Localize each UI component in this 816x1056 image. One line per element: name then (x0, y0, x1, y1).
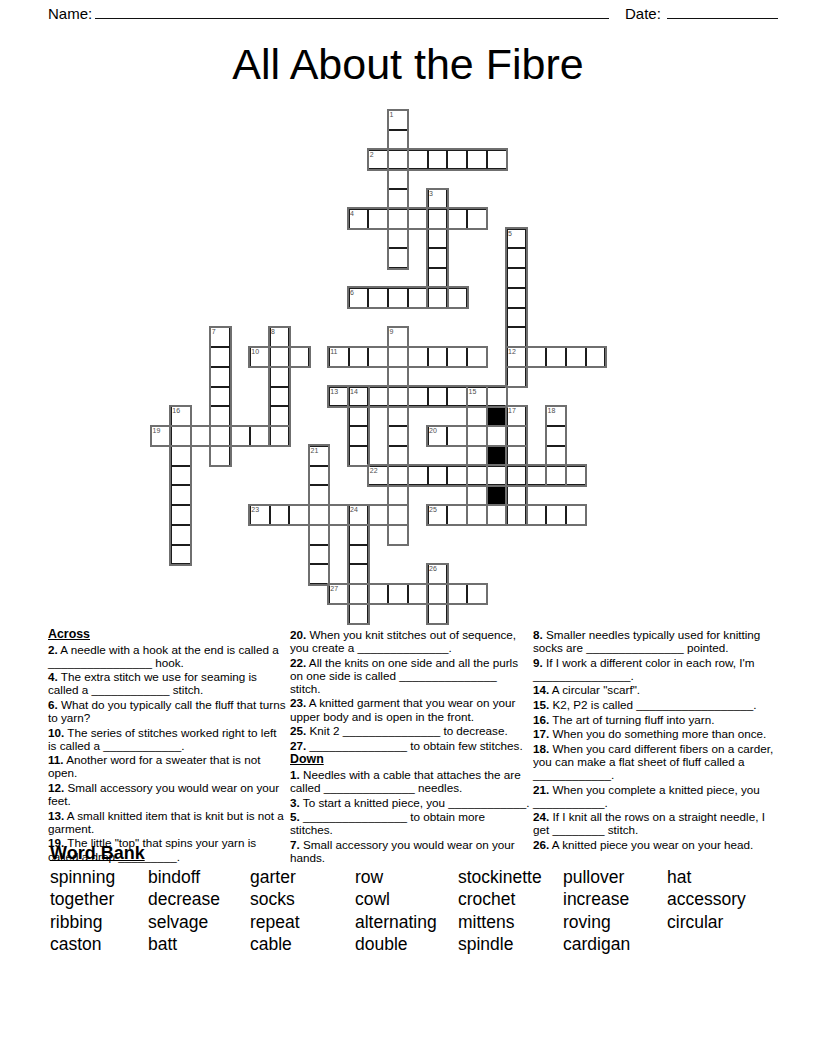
grid-cell[interactable] (329, 505, 349, 525)
grid-cell[interactable] (546, 446, 566, 466)
grid-cell[interactable] (428, 229, 448, 249)
grid-cell[interactable] (467, 466, 487, 486)
clue-across-23: 23. A knitted garment that you wear on y… (290, 696, 530, 722)
grid-cell[interactable] (349, 209, 369, 229)
word-bank-item: socks (250, 889, 355, 911)
word-bank-item: row (355, 867, 458, 889)
grid-cell[interactable] (309, 446, 329, 466)
word-bank-item: ribbing (50, 912, 148, 934)
clue-across-12: 12. Small accessory you would wear on yo… (48, 781, 286, 807)
grid-cell[interactable] (467, 485, 487, 505)
clue-down-18: 18. When you card different fibers on a … (533, 742, 778, 781)
crossword-grid: 1234567891011121314151617181920212223242… (151, 110, 607, 625)
grid-cell[interactable] (388, 169, 408, 189)
grid-cell[interactable] (270, 367, 290, 387)
grid-cell[interactable] (507, 229, 527, 249)
clue-across-6: 6. What do you typically call the fluff … (48, 698, 286, 724)
grid-cell[interactable] (388, 288, 408, 308)
word-bank-item: crochet (458, 889, 563, 911)
clue-across-2: 2. A needle with a hook at the end is ca… (48, 643, 286, 669)
grid-cell[interactable] (388, 525, 408, 545)
grid-cell[interactable] (507, 406, 527, 426)
grid-cell[interactable] (428, 288, 448, 308)
word-bank-item: garter (250, 867, 355, 889)
clue-down-1: 1. Needles with a cable that attaches th… (290, 768, 530, 794)
word-bank-item: bindoff (148, 867, 250, 889)
grid-cell[interactable] (210, 446, 230, 466)
clue-down-24: 24. If I knit all the rows on a straight… (533, 810, 778, 836)
word-bank-item: roving (563, 912, 667, 934)
grid-cell[interactable] (388, 406, 408, 426)
grid-cell[interactable] (447, 426, 467, 446)
grid-cell[interactable] (507, 367, 527, 387)
clue-across-11: 11. Another word for a sweater that is n… (48, 753, 286, 779)
grid-cell[interactable] (210, 367, 230, 387)
grid-cell[interactable] (526, 466, 546, 486)
grid-cell[interactable] (428, 150, 448, 170)
grid-cell[interactable] (467, 406, 487, 426)
grid-cell[interactable] (270, 406, 290, 426)
grid-cell[interactable] (171, 545, 191, 565)
name-line[interactable] (95, 3, 609, 19)
grid-cell[interactable] (270, 327, 290, 347)
grid-cell[interactable] (467, 505, 487, 525)
word-bank-item: cable (250, 934, 355, 956)
grid-cell[interactable] (171, 505, 191, 525)
grid-cell[interactable] (388, 327, 408, 347)
grid-cell[interactable] (507, 248, 527, 268)
grid-cell[interactable] (349, 387, 369, 407)
grid-cell[interactable] (329, 584, 349, 604)
word-bank-title: Word Bank (50, 843, 145, 863)
grid-cell[interactable] (270, 426, 290, 446)
grid-cell[interactable] (270, 505, 290, 525)
grid-cell[interactable] (447, 387, 467, 407)
grid-cell[interactable] (349, 446, 369, 466)
grid-cell[interactable] (507, 485, 527, 505)
grid-cell[interactable] (368, 288, 388, 308)
grid-cell[interactable] (428, 209, 448, 229)
grid-cell[interactable] (309, 545, 329, 565)
grid-cell[interactable] (467, 584, 487, 604)
grid-cell[interactable] (270, 387, 290, 407)
grid-cell[interactable] (368, 584, 388, 604)
word-bank-item: increase (563, 889, 667, 911)
grid-cell[interactable] (210, 406, 230, 426)
black-cell (487, 446, 507, 466)
grid-cell[interactable] (526, 505, 546, 525)
grid-cell[interactable] (309, 505, 329, 525)
clue-down-7: 7. Small accessory you would wear on you… (290, 838, 530, 864)
grid-cell[interactable] (447, 505, 467, 525)
grid-cell[interactable] (388, 367, 408, 387)
grid-cell[interactable] (428, 387, 448, 407)
clue-down-16: 16. The art of turning fluff into yarn. (533, 713, 778, 726)
black-cell (487, 406, 507, 426)
grid-cell[interactable] (428, 268, 448, 288)
clue-list-header: Across (48, 628, 286, 641)
grid-cell[interactable] (408, 209, 428, 229)
date-label: Date: (625, 6, 661, 21)
grid-cell[interactable] (428, 584, 448, 604)
grid-cell[interactable] (388, 426, 408, 446)
word-bank-item: spindle (458, 934, 563, 956)
grid-cell[interactable] (349, 406, 369, 426)
grid-cell[interactable] (467, 347, 487, 367)
clue-col-3: 8. Smaller needles typically used for kn… (533, 628, 778, 853)
clue-down-14: 14. A circular "scarf". (533, 683, 778, 696)
clue-across-10: 10. The series of stitches worked right … (48, 726, 286, 752)
clue-across-4: 4. The extra stitch we use for seaming i… (48, 670, 286, 696)
grid-cell[interactable] (526, 347, 546, 367)
word-bank-item: accessory (667, 889, 767, 911)
grid-cell[interactable] (566, 466, 586, 486)
grid-cell[interactable] (507, 505, 527, 525)
grid-cell[interactable] (309, 525, 329, 545)
grid-cell[interactable] (349, 525, 369, 545)
grid-cell[interactable] (507, 466, 527, 486)
grid-cell[interactable] (428, 189, 448, 209)
grid-cell[interactable] (408, 347, 428, 367)
grid-cell[interactable] (368, 466, 388, 486)
grid-cell[interactable] (329, 347, 349, 367)
word-bank-item: spinning (50, 867, 148, 889)
grid-cell[interactable] (329, 387, 349, 407)
grid-cell[interactable] (171, 525, 191, 545)
grid-cell[interactable] (428, 248, 448, 268)
grid-cell[interactable] (388, 110, 408, 130)
clue-down-3: 3. To start a knitted piece, you _______… (290, 796, 530, 809)
word-bank-item: alternating (355, 912, 458, 934)
grid-cell[interactable] (507, 288, 527, 308)
grid-cell[interactable] (428, 505, 448, 525)
grid-cell[interactable] (507, 347, 527, 367)
grid-cell[interactable] (408, 584, 428, 604)
date-line[interactable] (667, 3, 778, 19)
grid-cell[interactable] (566, 347, 586, 367)
clue-across-27: 27. _______________ to obtain few stitch… (290, 739, 530, 752)
clue-across-13: 13. A small knitted item that is knit bu… (48, 809, 286, 835)
grid-cell[interactable] (368, 209, 388, 229)
grid-cell[interactable] (349, 604, 369, 624)
clue-across-25: 25. Knit 2 _______________ to decrease. (290, 724, 530, 737)
clue-down-8: 8. Smaller needles typically used for kn… (533, 628, 778, 654)
grid-cell[interactable] (507, 426, 527, 446)
grid-cell[interactable] (368, 347, 388, 367)
grid-cell[interactable] (250, 426, 270, 446)
grid-cell[interactable] (349, 564, 369, 584)
grid-cell[interactable] (408, 466, 428, 486)
grid-cell[interactable] (388, 505, 408, 525)
grid-cell[interactable] (546, 406, 566, 426)
word-bank-item: circular (667, 912, 767, 934)
grid-cell[interactable] (210, 347, 230, 367)
word-bank-item: pullover (563, 867, 667, 889)
grid-cell[interactable] (566, 505, 586, 525)
clue-col-1: Across2. A needle with a hook at the end… (48, 628, 286, 864)
grid-cell[interactable] (270, 347, 290, 367)
grid-cell[interactable] (171, 466, 191, 486)
word-bank-item: caston (50, 934, 148, 956)
grid-cell[interactable] (388, 248, 408, 268)
black-cell (487, 485, 507, 505)
name-label: Name: (48, 6, 92, 21)
grid-cell[interactable] (487, 466, 507, 486)
grid-cell[interactable] (230, 426, 250, 446)
word-bank-item: batt (148, 934, 250, 956)
puzzle-title: All About the Fibre (0, 40, 816, 88)
grid-cell[interactable] (408, 387, 428, 407)
clue-down-26: 26. A knitted piece you wear on your hea… (533, 838, 778, 851)
grid-cell[interactable] (250, 505, 270, 525)
clue-down-21: 21. When you complete a knitted piece, y… (533, 783, 778, 809)
grid-cell[interactable] (546, 505, 566, 525)
grid-cell[interactable] (171, 485, 191, 505)
grid-cell[interactable] (428, 426, 448, 446)
grid-cell[interactable] (507, 308, 527, 328)
grid-cell[interactable] (210, 426, 230, 446)
clue-across-20: 20. When you knit stitches out of sequen… (290, 628, 530, 654)
grid-cell[interactable] (289, 505, 309, 525)
clue-list-header: Down (290, 753, 530, 766)
grid-cell[interactable] (171, 426, 191, 446)
clue-down-9: 9. If I work a different color in each r… (533, 656, 778, 682)
grid-cell[interactable] (171, 406, 191, 426)
grid-cell[interactable] (349, 288, 369, 308)
grid-cell[interactable] (546, 426, 566, 446)
grid-cell[interactable] (467, 446, 487, 466)
word-bank-item: repeat (250, 912, 355, 934)
clue-down-17: 17. When you do something more than once… (533, 727, 778, 740)
grid-cell[interactable] (447, 288, 467, 308)
grid-cell[interactable] (467, 387, 487, 407)
grid-cell[interactable] (349, 505, 369, 525)
grid-cell[interactable] (586, 347, 606, 367)
grid-cell[interactable] (487, 387, 507, 407)
grid-cell[interactable] (349, 584, 369, 604)
grid-cell[interactable] (349, 426, 369, 446)
clue-across-22: 22. All the knits on one side and all th… (290, 656, 530, 695)
grid-cell[interactable] (467, 150, 487, 170)
word-bank-item: stockinette (458, 867, 563, 889)
grid-cell[interactable] (151, 426, 171, 446)
grid-cell[interactable] (388, 466, 408, 486)
grid-cell[interactable] (210, 327, 230, 347)
grid-cell[interactable] (210, 387, 230, 407)
clue-down-15: 15. K2, P2 is called __________________. (533, 698, 778, 711)
grid-cell[interactable] (388, 189, 408, 209)
clue-col-2: 20. When you knit stitches out of sequen… (290, 628, 530, 866)
grid-cell[interactable] (388, 387, 408, 407)
word-bank-item: mittens (458, 912, 563, 934)
grid-cell[interactable] (507, 268, 527, 288)
grid-cell[interactable] (447, 150, 467, 170)
grid-cell[interactable] (546, 466, 566, 486)
grid-cell[interactable] (447, 584, 467, 604)
word-bank-item: hat (667, 867, 767, 889)
grid-cell[interactable] (388, 130, 408, 150)
grid-cell[interactable] (191, 426, 211, 446)
word-bank-item: together (50, 889, 148, 911)
word-bank-item: double (355, 934, 458, 956)
grid-cell[interactable] (408, 150, 428, 170)
word-bank-item: cardigan (563, 934, 667, 956)
grid-cell[interactable] (546, 347, 566, 367)
clue-down-5: 5. ________________ to obtain more stitc… (290, 810, 530, 836)
grid-cell[interactable] (388, 229, 408, 249)
grid-cell[interactable] (447, 209, 467, 229)
grid-cell[interactable] (487, 150, 507, 170)
word-bank-item: selvage (148, 912, 250, 934)
grid-cell[interactable] (368, 505, 388, 525)
word-bank-empty (667, 934, 767, 956)
grid-cell[interactable] (388, 150, 408, 170)
grid-cell[interactable] (467, 426, 487, 446)
grid-cell[interactable] (309, 564, 329, 584)
grid-cell[interactable] (171, 446, 191, 466)
grid-cell[interactable] (447, 347, 467, 367)
grid-cell[interactable] (428, 564, 448, 584)
grid-cell[interactable] (388, 446, 408, 466)
grid-cell[interactable] (250, 347, 270, 367)
grid-cell[interactable] (309, 466, 329, 486)
grid-cell[interactable] (428, 466, 448, 486)
grid-cell[interactable] (289, 347, 309, 367)
grid-cell[interactable] (309, 485, 329, 505)
grid-cell[interactable] (507, 446, 527, 466)
grid-cell[interactable] (388, 209, 408, 229)
grid-cell[interactable] (349, 545, 369, 565)
grid-cell[interactable] (388, 584, 408, 604)
word-bank-item: cowl (355, 889, 458, 911)
grid-cell[interactable] (507, 327, 527, 347)
grid-cell[interactable] (349, 347, 369, 367)
grid-cell[interactable] (368, 387, 388, 407)
word-bank-item: decrease (148, 889, 250, 911)
grid-cell[interactable] (467, 209, 487, 229)
grid-cell[interactable] (487, 505, 507, 525)
grid-cell[interactable] (447, 466, 467, 486)
grid-cell[interactable] (388, 485, 408, 505)
grid-cell[interactable] (428, 604, 448, 624)
grid-cell[interactable] (368, 150, 388, 170)
grid-cell[interactable] (428, 347, 448, 367)
word-bank-grid: spinningbindoffgarterrowstockinettepullo… (50, 867, 767, 957)
grid-cell[interactable] (487, 426, 507, 446)
grid-cell[interactable] (408, 288, 428, 308)
grid-cell[interactable] (388, 347, 408, 367)
